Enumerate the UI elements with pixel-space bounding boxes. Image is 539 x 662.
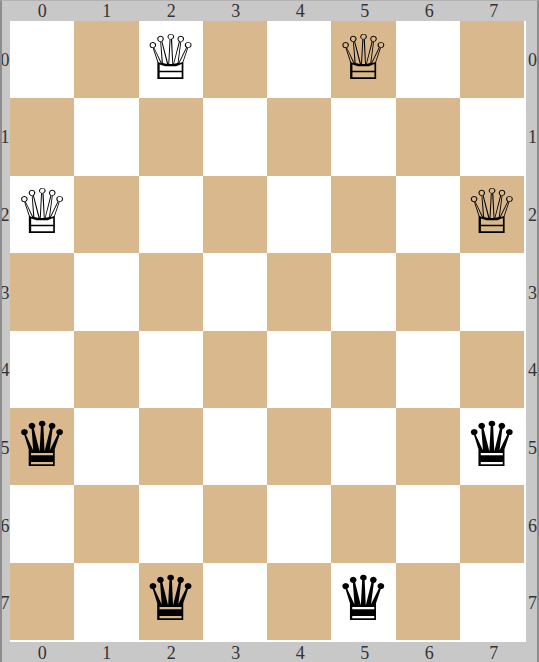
- square-r6c6[interactable]: [396, 485, 460, 562]
- left-coord-label-7: 7: [0, 564, 10, 642]
- square-r4c5[interactable]: [331, 331, 395, 408]
- right-coord-label-2: 2: [526, 176, 539, 254]
- square-r6c7[interactable]: [460, 485, 524, 562]
- left-coord-label-4: 4: [0, 332, 10, 410]
- square-r1c0[interactable]: [10, 98, 74, 175]
- square-r2c4[interactable]: [267, 176, 331, 253]
- square-r6c0[interactable]: [10, 485, 74, 562]
- bottom-coordinate-band: 01234567: [10, 642, 526, 662]
- square-r4c7[interactable]: [460, 331, 524, 408]
- left-coord-label-0: 0: [0, 21, 10, 99]
- right-coord-label-6: 6: [526, 487, 539, 565]
- square-r2c7[interactable]: ♕: [460, 176, 524, 253]
- left-coord-label-1: 1: [0, 99, 10, 177]
- right-coord-label-7: 7: [526, 564, 539, 642]
- bottom-coord-label-3: 3: [204, 642, 269, 662]
- square-r3c5[interactable]: [331, 253, 395, 330]
- chess-board: ♕♕♕♕♛♛♛♛: [10, 21, 526, 642]
- square-r3c3[interactable]: [203, 253, 267, 330]
- square-r0c6[interactable]: [396, 21, 460, 98]
- square-r7c1[interactable]: [74, 563, 138, 640]
- square-r7c7[interactable]: [460, 563, 524, 640]
- square-r7c3[interactable]: [203, 563, 267, 640]
- bottom-coord-label-7: 7: [462, 642, 527, 662]
- right-coord-label-0: 0: [526, 21, 539, 99]
- square-r1c1[interactable]: [74, 98, 138, 175]
- bottom-coord-label-0: 0: [10, 642, 75, 662]
- square-r3c4[interactable]: [267, 253, 331, 330]
- square-r1c3[interactable]: [203, 98, 267, 175]
- top-coordinate-band: 01234567: [10, 1, 526, 21]
- square-r7c0[interactable]: [10, 563, 74, 640]
- bottom-coord-label-6: 6: [397, 642, 462, 662]
- right-coord-label-3: 3: [526, 254, 539, 332]
- bottom-coord-label-2: 2: [139, 642, 204, 662]
- square-r2c1[interactable]: [74, 176, 138, 253]
- top-coord-label-1: 1: [75, 1, 140, 21]
- white-queen: ♕: [336, 27, 392, 89]
- top-coord-label-5: 5: [333, 1, 398, 21]
- square-r1c6[interactable]: [396, 98, 460, 175]
- square-r5c6[interactable]: [396, 408, 460, 485]
- square-r7c4[interactable]: [267, 563, 331, 640]
- square-r6c4[interactable]: [267, 485, 331, 562]
- square-r5c4[interactable]: [267, 408, 331, 485]
- bottom-coord-label-5: 5: [333, 642, 398, 662]
- square-r0c0[interactable]: [10, 21, 74, 98]
- square-r5c0[interactable]: ♛: [10, 408, 74, 485]
- square-r1c4[interactable]: [267, 98, 331, 175]
- square-r3c1[interactable]: [74, 253, 138, 330]
- top-coord-label-3: 3: [204, 1, 269, 21]
- square-r2c3[interactable]: [203, 176, 267, 253]
- top-coord-label-6: 6: [397, 1, 462, 21]
- square-r4c3[interactable]: [203, 331, 267, 408]
- square-r3c2[interactable]: [139, 253, 203, 330]
- square-r0c3[interactable]: [203, 21, 267, 98]
- square-r5c7[interactable]: ♛: [460, 408, 524, 485]
- square-r2c6[interactable]: [396, 176, 460, 253]
- left-coord-label-6: 6: [0, 487, 10, 565]
- right-coord-label-1: 1: [526, 99, 539, 177]
- black-queen: ♛: [14, 414, 70, 476]
- square-r1c7[interactable]: [460, 98, 524, 175]
- square-r6c1[interactable]: [74, 485, 138, 562]
- square-r0c5[interactable]: ♕: [331, 21, 395, 98]
- square-r3c7[interactable]: [460, 253, 524, 330]
- top-coord-label-0: 0: [10, 1, 75, 21]
- square-r2c5[interactable]: [331, 176, 395, 253]
- square-r5c1[interactable]: [74, 408, 138, 485]
- white-queen: ♕: [464, 181, 520, 243]
- black-queen: ♛: [143, 568, 199, 630]
- square-r2c2[interactable]: [139, 176, 203, 253]
- top-coord-label-7: 7: [462, 1, 527, 21]
- black-queen: ♛: [336, 568, 392, 630]
- square-r6c2[interactable]: [139, 485, 203, 562]
- square-r7c6[interactable]: [396, 563, 460, 640]
- square-r1c2[interactable]: [139, 98, 203, 175]
- square-r4c1[interactable]: [74, 331, 138, 408]
- square-r0c1[interactable]: [74, 21, 138, 98]
- square-r4c0[interactable]: [10, 331, 74, 408]
- square-r1c5[interactable]: [331, 98, 395, 175]
- square-r5c5[interactable]: [331, 408, 395, 485]
- top-coord-label-4: 4: [268, 1, 333, 21]
- bottom-coord-label-4: 4: [268, 642, 333, 662]
- square-r4c2[interactable]: [139, 331, 203, 408]
- square-r7c2[interactable]: ♛: [139, 563, 203, 640]
- black-queen: ♛: [464, 414, 520, 476]
- square-r0c2[interactable]: ♕: [139, 21, 203, 98]
- top-coord-label-2: 2: [139, 1, 204, 21]
- square-r5c3[interactable]: [203, 408, 267, 485]
- square-r0c7[interactable]: [460, 21, 524, 98]
- square-r2c0[interactable]: ♕: [10, 176, 74, 253]
- square-r7c5[interactable]: ♛: [331, 563, 395, 640]
- square-r4c6[interactable]: [396, 331, 460, 408]
- right-coordinate-band: 01234567: [526, 21, 539, 642]
- square-r6c3[interactable]: [203, 485, 267, 562]
- bottom-coord-label-1: 1: [75, 642, 140, 662]
- square-r4c4[interactable]: [267, 331, 331, 408]
- square-r3c6[interactable]: [396, 253, 460, 330]
- left-coord-label-5: 5: [0, 409, 10, 487]
- square-r0c4[interactable]: [267, 21, 331, 98]
- left-coord-label-2: 2: [0, 176, 10, 254]
- right-coord-label-4: 4: [526, 332, 539, 410]
- square-r6c5[interactable]: [331, 485, 395, 562]
- white-queen: ♕: [143, 27, 199, 89]
- board-frame: 01234567 01234567 01234567 01234567 ♕♕♕♕…: [0, 0, 539, 662]
- square-r3c0[interactable]: [10, 253, 74, 330]
- white-queen: ♕: [14, 181, 70, 243]
- right-coord-label-5: 5: [526, 409, 539, 487]
- left-coord-label-3: 3: [0, 254, 10, 332]
- left-coordinate-band: 01234567: [0, 21, 10, 642]
- square-r5c2[interactable]: [139, 408, 203, 485]
